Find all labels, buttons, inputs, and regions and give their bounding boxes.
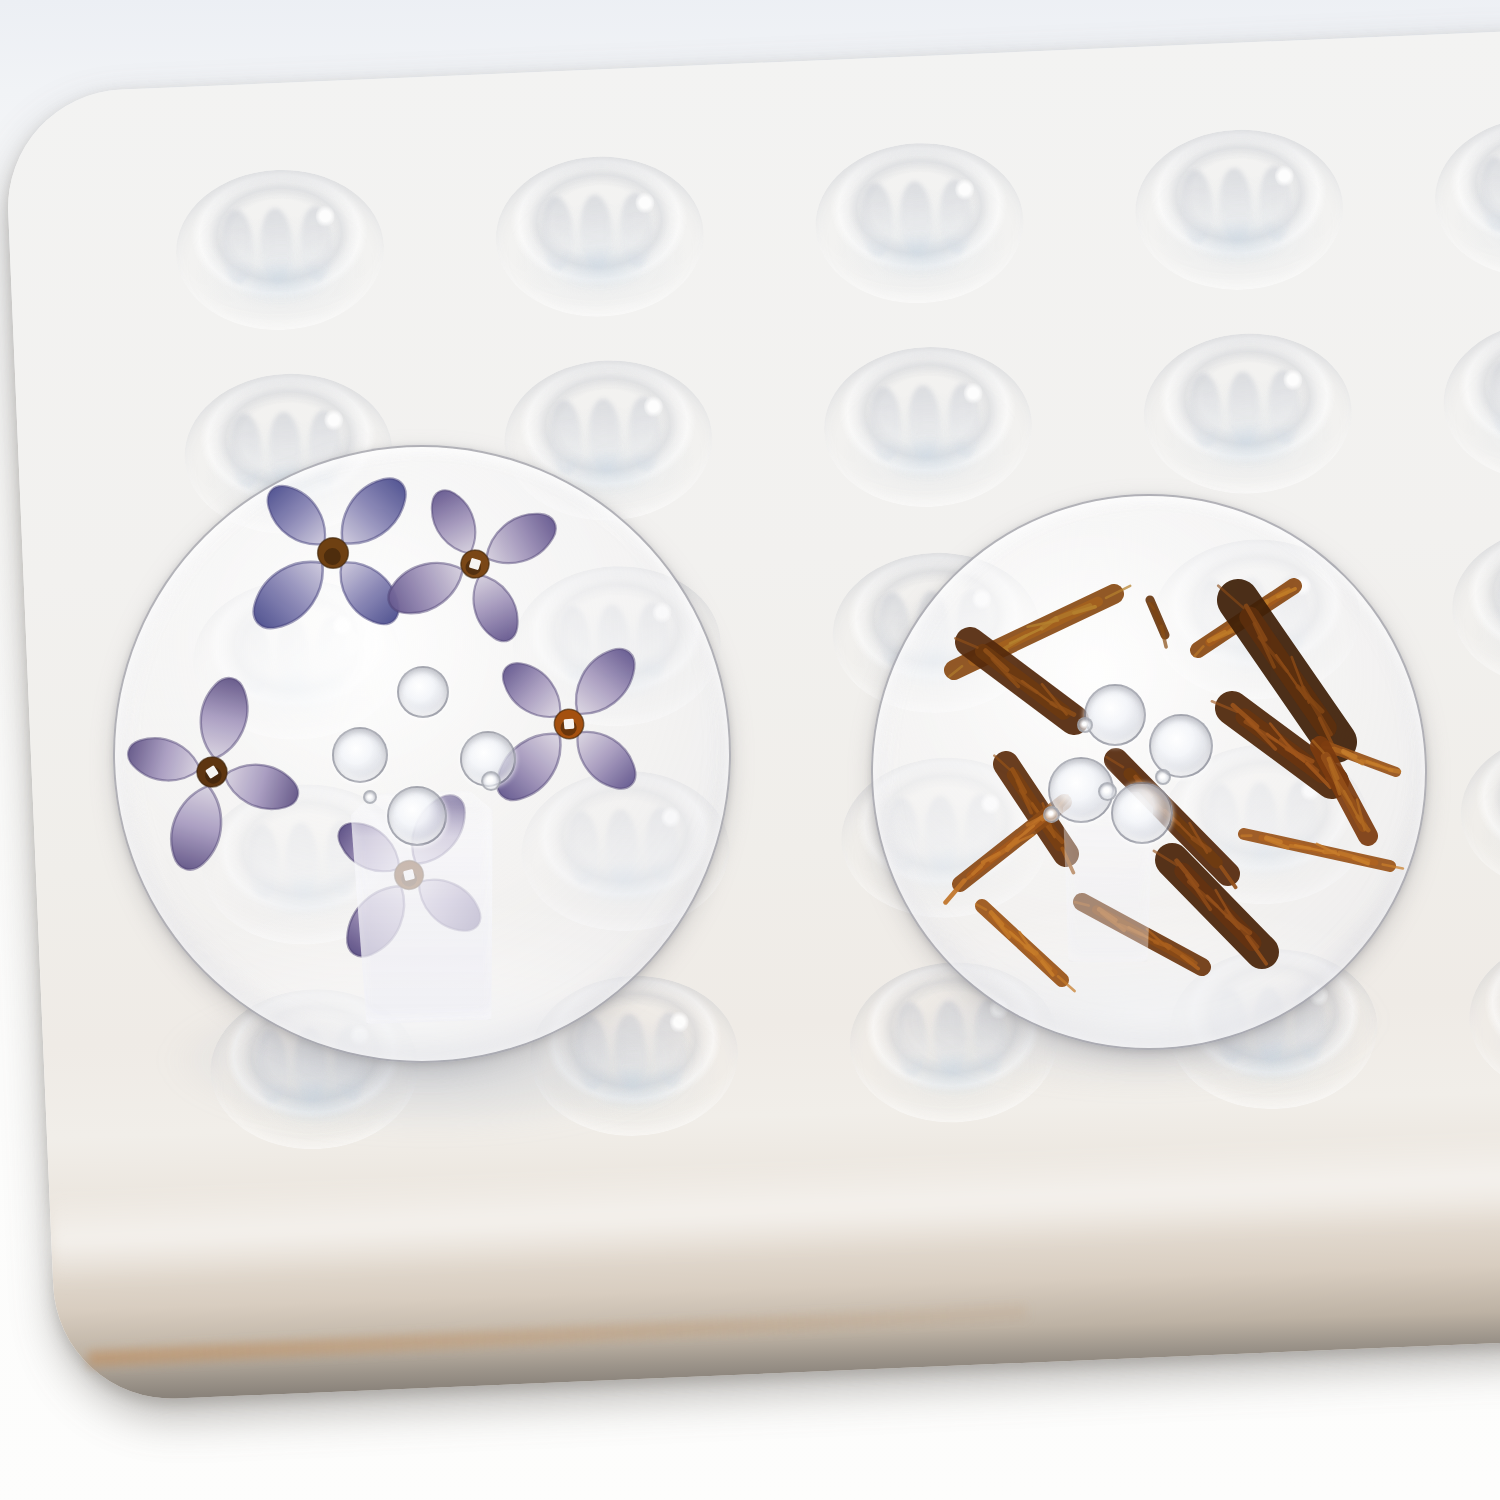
cavity-slot-impression	[1496, 566, 1500, 641]
dried-plant-fragment	[976, 904, 1074, 991]
flower-petal	[218, 755, 303, 817]
cavity-highlight	[324, 408, 344, 431]
cavity-slot-impression	[1479, 157, 1500, 232]
lilac-flower	[115, 660, 320, 890]
mold-cavity	[821, 343, 1036, 512]
cavity-highlight	[955, 178, 975, 201]
air-bubble	[1155, 769, 1171, 785]
button-hole	[397, 666, 449, 718]
flower-petal	[163, 780, 231, 875]
cavity-highlight	[635, 191, 655, 214]
air-bubble	[1077, 717, 1093, 733]
fragment-stroke	[1390, 770, 1399, 772]
mold-cavity	[1432, 113, 1500, 282]
cavity-highlight	[1283, 368, 1303, 391]
cavity-slot-impression	[1488, 361, 1500, 436]
button-hole	[1111, 782, 1173, 844]
mold-cavity	[1466, 932, 1500, 1101]
mold-warm-edge-glow	[88, 1303, 1027, 1367]
mold-cavity	[492, 152, 707, 321]
flower-petal	[462, 567, 527, 648]
mold-cavity	[1440, 317, 1500, 486]
cavity-highlight	[1275, 164, 1295, 187]
mold-cavity	[812, 139, 1027, 308]
air-bubble	[481, 771, 501, 791]
mold-cavity	[1132, 126, 1347, 295]
mold-light-band	[49, 1126, 1500, 1285]
mold-cavity	[1457, 727, 1500, 896]
photo-stage	[0, 0, 1500, 1500]
flower-center-hole	[564, 719, 575, 730]
fragment-stroke	[1290, 846, 1309, 849]
mold-cavity	[173, 166, 388, 335]
cavity-highlight	[644, 395, 664, 418]
button-hole	[1149, 714, 1213, 778]
mold-cavity	[1449, 523, 1500, 692]
flower-petal	[193, 674, 254, 764]
air-bubble	[363, 790, 377, 804]
button-hole	[332, 727, 388, 783]
resin-button-with-dried-moss	[871, 494, 1427, 1050]
dried-plant-fragment	[1242, 834, 1403, 868]
mold-cavity	[1140, 329, 1355, 498]
dried-plant-fragment	[1149, 600, 1166, 647]
plant-fragments-layer	[873, 496, 1425, 1048]
air-bubble	[1043, 806, 1060, 823]
air-bubble	[1098, 782, 1117, 801]
resin-button-with-lilac-flowers	[113, 445, 731, 1063]
cavity-highlight	[964, 382, 984, 405]
flower-petal	[124, 731, 205, 788]
button-hole	[1084, 684, 1146, 746]
cavity-highlight	[316, 205, 336, 228]
button-hole	[387, 786, 447, 846]
